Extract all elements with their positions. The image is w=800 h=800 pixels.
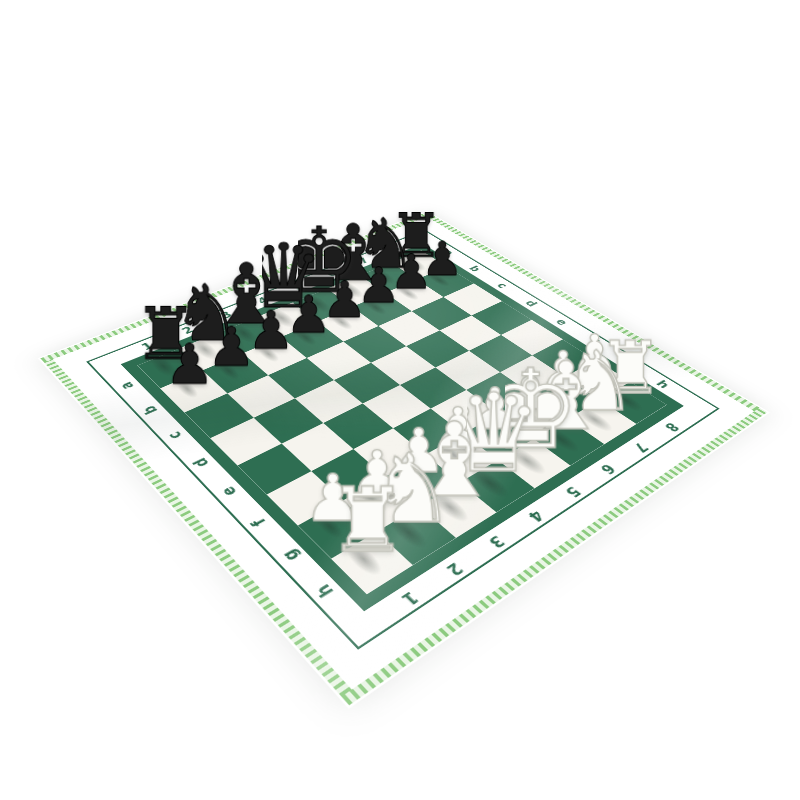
piece-black-pawn-b3[interactable]: ♟: [249, 305, 295, 357]
rank-label-left-6: 6: [312, 262, 351, 285]
square-b4[interactable]: [281, 322, 343, 358]
piece-shadow-b6: [361, 298, 390, 316]
black-pawn-glyph: ♟: [165, 337, 215, 392]
square-b3[interactable]: [243, 337, 307, 375]
chess-board: abcdefgh abcdefgh 12345678 12345678 ♜♞♝♛…: [38, 211, 770, 709]
serrated-edge-left: [40, 212, 432, 363]
piece-shadow-b8: [425, 272, 453, 288]
piece-black-pawn-b4[interactable]: ♟: [287, 290, 332, 341]
white-rook-glyph: ♜: [328, 475, 408, 564]
piece-black-pawn-b5[interactable]: ♟: [323, 275, 366, 325]
piece-shadow-b7: [394, 285, 423, 302]
square-c8[interactable]: [443, 284, 501, 316]
piece-shadow-b4: [291, 328, 320, 347]
square-b7[interactable]: [385, 279, 443, 311]
piece-black-pawn-b2[interactable]: ♟: [208, 320, 255, 374]
black-king-glyph: ♚: [279, 216, 360, 306]
rank-label-left-3: 3: [206, 302, 247, 328]
rank-label-left-8: 8: [375, 238, 413, 259]
rank-label-left-7: 7: [345, 250, 384, 272]
piece-white-rook-h1[interactable]: ♜: [339, 475, 397, 564]
square-c4[interactable]: [307, 342, 371, 380]
piece-shadow-b5: [327, 313, 356, 332]
rank-label-left-4: 4: [243, 288, 283, 313]
photo-scene: abcdefgh abcdefgh 12345678 12345678 ♜♞♝♛…: [0, 0, 800, 800]
rank-label-left-1: 1: [127, 332, 168, 361]
black-pawn-glyph: ♟: [208, 320, 256, 374]
square-b6[interactable]: [352, 293, 412, 326]
square-b5[interactable]: [317, 307, 378, 342]
piece-shadow-b3: [254, 343, 284, 363]
square-c5[interactable]: [343, 326, 406, 363]
square-d5[interactable]: [371, 346, 435, 385]
square-d6[interactable]: [406, 330, 469, 367]
rank-label-left-5: 5: [279, 275, 319, 299]
square-b8[interactable]: [417, 267, 474, 297]
square-c6[interactable]: [378, 311, 439, 346]
piece-black-pawn-b1[interactable]: ♟: [166, 337, 214, 392]
black-pawn-glyph: ♟: [323, 275, 368, 325]
square-c7[interactable]: [412, 297, 472, 330]
black-pawn-glyph: ♟: [248, 305, 295, 357]
black-pawn-glyph: ♟: [286, 290, 332, 341]
